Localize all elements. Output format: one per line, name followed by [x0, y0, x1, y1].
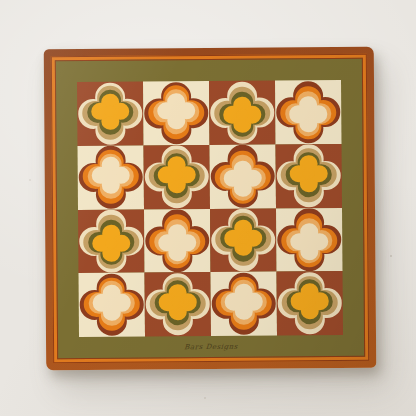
flower-petal: [237, 232, 249, 244]
designer-signature: Bars Designs: [58, 340, 365, 354]
flower-petal: [106, 297, 118, 309]
board-square-r4c1: [79, 273, 145, 337]
board-square-r1c3: [209, 80, 275, 144]
flower-petal: [172, 296, 184, 308]
board-square-r1c2: [143, 81, 209, 145]
flower-motif: [145, 272, 211, 336]
board-square-r3c3: [210, 208, 276, 272]
board-square-r2c2: [144, 145, 210, 209]
board-square-r4c3: [211, 272, 277, 336]
scarf: Bars Designs: [44, 47, 377, 371]
orange-trim-stripe: Bars Designs: [51, 54, 369, 363]
flower-motif: [211, 272, 277, 336]
flower-petal: [171, 169, 183, 181]
olive-border-band: Bars Designs: [55, 58, 365, 359]
flower-petal: [303, 168, 315, 180]
wall-background: Bars Designs: [0, 0, 416, 416]
flower-petal: [105, 169, 117, 181]
flower-motif: [276, 207, 342, 271]
flower-motif: [209, 80, 275, 144]
board-square-r3c1: [78, 209, 144, 273]
board-square-r1c1: [77, 82, 143, 146]
flower-motif: [276, 271, 342, 335]
board-square-r4c4: [276, 271, 342, 335]
board-square-r1c4: [275, 80, 341, 144]
board-square-r2c1: [78, 145, 144, 209]
flower-motif: [144, 209, 210, 273]
flower-motif: [209, 144, 275, 208]
board-square-r3c4: [276, 207, 342, 271]
board-square-r2c4: [275, 144, 341, 208]
flower-motif: [78, 145, 144, 209]
flower-petal: [236, 109, 248, 121]
flower-petal: [237, 173, 249, 185]
board-square-r2c3: [209, 144, 275, 208]
flower-motif: [143, 81, 209, 145]
flower-petal: [238, 296, 250, 308]
flower-motif: [78, 209, 144, 273]
flower-motif: [275, 80, 341, 144]
board-square-r3c2: [144, 209, 210, 273]
flower-motif: [77, 82, 143, 146]
flower-petal: [302, 108, 314, 120]
flower-motif: [275, 144, 341, 208]
flower-motif: [210, 208, 276, 272]
board-square-r4c2: [145, 272, 211, 336]
flower-motif: [144, 145, 210, 209]
flower-motif: [79, 273, 145, 337]
checkerboard: [77, 80, 343, 337]
flower-petal: [304, 295, 316, 307]
